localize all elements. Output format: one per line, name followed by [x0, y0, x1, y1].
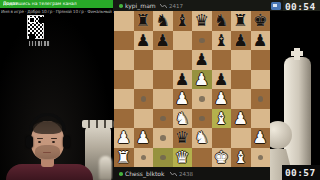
- streamer-eye-left: [38, 141, 41, 143]
- bottom-player-rating: 2438: [179, 171, 193, 177]
- donation-banner-center: Подпишись на телеграм канал: [3, 0, 77, 8]
- square-h2[interactable]: ♟: [251, 128, 271, 148]
- square-e4[interactable]: [192, 89, 212, 109]
- top-player-name: kypi_mam: [125, 2, 156, 9]
- square-e8[interactable]: ♛: [192, 11, 212, 31]
- square-f7[interactable]: ♝: [212, 31, 232, 51]
- piece-white-bishop-g1[interactable]: ♝: [231, 148, 251, 168]
- streamer-brow-left: [37, 138, 43, 140]
- piece-white-knight-e2[interactable]: ♞: [192, 128, 212, 148]
- bottom-clock-box: 00:57: [282, 165, 320, 180]
- square-h4[interactable]: [251, 89, 271, 109]
- stream-screen: Донат Подпишись на телеграм канал 2500 г…: [0, 0, 320, 180]
- piece-white-pawn-b2[interactable]: ♟: [134, 128, 154, 148]
- move-hint-dot-h1: [258, 155, 264, 161]
- square-a7[interactable]: [114, 31, 134, 51]
- piece-white-pawn-e5[interactable]: ♟: [192, 70, 212, 90]
- square-h5[interactable]: [251, 70, 271, 90]
- piece-white-pawn-g3[interactable]: ♟: [231, 109, 251, 129]
- piece-white-knight-d3[interactable]: ♞: [173, 109, 193, 129]
- piece-white-pawn-f4[interactable]: ♟: [212, 89, 232, 109]
- square-g1[interactable]: ♝: [231, 148, 251, 168]
- square-e3[interactable]: [192, 109, 212, 129]
- bottom-clock: 00:57: [285, 167, 316, 178]
- chess-board: ♜♞♝♛♞♜♚♟♟♝♟♟♟♟♟♟♟♟♞♝♟♟♟♛♞♟♜♛♚♝: [114, 11, 270, 167]
- piece-white-rook-a1[interactable]: ♜: [114, 148, 134, 168]
- piece-black-pawn-d5[interactable]: ♟: [173, 70, 193, 90]
- move-hint-dot-b1: [141, 155, 147, 161]
- piece-black-knight-c8[interactable]: ♞: [153, 11, 173, 31]
- square-c5[interactable]: [153, 70, 173, 90]
- piece-black-bishop-f7[interactable]: ♝: [212, 31, 232, 51]
- square-c6[interactable]: [153, 50, 173, 70]
- piece-white-bishop-f3[interactable]: ♝: [212, 109, 232, 129]
- square-f1[interactable]: ♚: [212, 148, 232, 168]
- square-c7[interactable]: ♟: [153, 31, 173, 51]
- square-b7[interactable]: ♟: [134, 31, 154, 51]
- square-b6[interactable]: [134, 50, 154, 70]
- square-f6[interactable]: [212, 50, 232, 70]
- square-f5[interactable]: ♟: [212, 70, 232, 90]
- top-clock-box: 00:54: [283, 0, 320, 11]
- square-e7[interactable]: [192, 31, 212, 51]
- square-g8[interactable]: ♜: [231, 11, 251, 31]
- qr-code: [27, 15, 44, 39]
- white-piece-statue-small: [99, 156, 112, 180]
- square-h1[interactable]: [251, 148, 271, 168]
- bottom-player-bar: Chess_blktok 2438: [113, 167, 270, 180]
- square-g6[interactable]: [231, 50, 251, 70]
- square-c3[interactable]: [153, 109, 173, 129]
- square-g7[interactable]: ♟: [231, 31, 251, 51]
- square-b8[interactable]: ♜: [134, 11, 154, 31]
- piece-black-knight-f8[interactable]: ♞: [212, 11, 232, 31]
- piece-black-pawn-c7[interactable]: ♟: [153, 31, 173, 51]
- square-c2[interactable]: [153, 128, 173, 148]
- square-d1[interactable]: ♛: [173, 148, 193, 168]
- square-d6[interactable]: [173, 50, 193, 70]
- square-d7[interactable]: [173, 31, 193, 51]
- piece-black-bishop-d8[interactable]: ♝: [173, 11, 193, 31]
- right-background-scene: [270, 11, 320, 180]
- headphone-cup-right: [63, 136, 70, 148]
- piece-black-queen-d2[interactable]: ♛: [173, 128, 193, 148]
- square-a3[interactable]: [114, 109, 134, 129]
- square-e6[interactable]: ♟: [192, 50, 212, 70]
- online-dot-top: [119, 4, 123, 8]
- move-hint-dot-c3: [160, 116, 166, 122]
- square-c8[interactable]: ♞: [153, 11, 173, 31]
- streamer-brow-right: [51, 138, 57, 140]
- challenge-flag-icon[interactable]: [271, 2, 281, 10]
- move-hint-dot-b4: [141, 96, 147, 102]
- square-b2[interactable]: ♟: [134, 128, 154, 148]
- square-f3[interactable]: ♝: [212, 109, 232, 129]
- square-g2[interactable]: [231, 128, 251, 148]
- square-f8[interactable]: ♞: [212, 11, 232, 31]
- square-d4[interactable]: ♟: [173, 89, 193, 109]
- piece-white-queen-d1[interactable]: ♛: [173, 148, 193, 168]
- square-b5[interactable]: [134, 70, 154, 90]
- piece-black-pawn-f5[interactable]: ♟: [212, 70, 232, 90]
- rating-chart-icon-bottom: [170, 171, 177, 177]
- square-f2[interactable]: [212, 128, 232, 148]
- move-hint-dot-c1: [160, 155, 166, 161]
- square-c1[interactable]: [153, 148, 173, 168]
- square-e1[interactable]: [192, 148, 212, 168]
- headphone-cup-left: [26, 136, 33, 148]
- square-h6[interactable]: [251, 50, 271, 70]
- square-b1[interactable]: [134, 148, 154, 168]
- piece-black-rook-b8[interactable]: ♜: [134, 11, 154, 31]
- square-f4[interactable]: ♟: [212, 89, 232, 109]
- square-b4[interactable]: [134, 89, 154, 109]
- piece-black-king-h8[interactable]: ♚: [251, 11, 271, 31]
- move-hint-dot-e3: [199, 116, 205, 122]
- piece-white-pawn-h2[interactable]: ♟: [251, 128, 271, 148]
- square-a8[interactable]: [114, 11, 134, 31]
- square-c4[interactable]: [153, 89, 173, 109]
- piece-white-king-f1[interactable]: ♚: [212, 148, 232, 168]
- square-g4[interactable]: [231, 89, 251, 109]
- move-hint-dot-h4: [258, 96, 264, 102]
- bottom-player-name: Chess_blktok: [125, 170, 164, 177]
- qr-caption-strip: [29, 41, 50, 46]
- move-hint-dot-c2: [160, 135, 166, 141]
- square-d8[interactable]: ♝: [173, 11, 193, 31]
- top-player-rating: 2417: [169, 3, 183, 9]
- square-a5[interactable]: [114, 70, 134, 90]
- square-a6[interactable]: [114, 50, 134, 70]
- move-hint-dot-e7: [199, 38, 205, 44]
- streamer-eye-right: [52, 141, 55, 143]
- square-h7[interactable]: ♟: [251, 31, 271, 51]
- square-d3[interactable]: ♞: [173, 109, 193, 129]
- piece-black-pawn-g7[interactable]: ♟: [231, 31, 251, 51]
- online-dot-bottom: [119, 172, 123, 176]
- move-hint-dot-e4: [199, 96, 205, 102]
- square-e5[interactable]: ♟: [192, 70, 212, 90]
- square-d5[interactable]: ♟: [173, 70, 193, 90]
- square-h8[interactable]: ♚: [251, 11, 271, 31]
- square-h3[interactable]: [251, 109, 271, 129]
- piece-black-pawn-e6[interactable]: ♟: [192, 50, 212, 70]
- piece-white-pawn-d4[interactable]: ♟: [173, 89, 193, 109]
- piece-black-pawn-h7[interactable]: ♟: [251, 31, 271, 51]
- square-a1[interactable]: ♜: [114, 148, 134, 168]
- square-b3[interactable]: [134, 109, 154, 129]
- square-a4[interactable]: [114, 89, 134, 109]
- square-e2[interactable]: ♞: [192, 128, 212, 148]
- piece-black-pawn-b7[interactable]: ♟: [134, 31, 154, 51]
- square-g5[interactable]: [231, 70, 251, 90]
- piece-black-queen-e8[interactable]: ♛: [192, 11, 212, 31]
- rating-chart-icon-top: [160, 3, 167, 9]
- top-clock: 00:54: [285, 1, 316, 12]
- square-g3[interactable]: ♟: [231, 109, 251, 129]
- square-a2[interactable]: ♟: [114, 128, 134, 148]
- piece-white-pawn-a2[interactable]: ♟: [114, 128, 134, 148]
- piece-black-rook-g8[interactable]: ♜: [231, 11, 251, 31]
- square-d2[interactable]: ♛: [173, 128, 193, 148]
